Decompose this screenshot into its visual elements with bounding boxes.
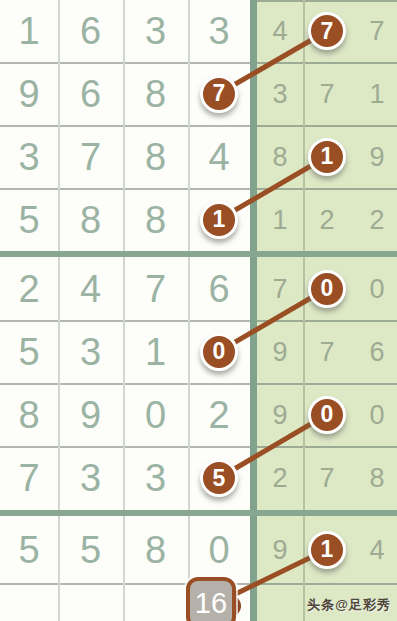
- marker-circle-r4: 1: [200, 201, 238, 239]
- marker-circle-r3: 1: [308, 138, 346, 176]
- watermark-text: 头条@足彩秀: [307, 596, 391, 614]
- connector-lines: [0, 0, 397, 621]
- marker-circle-r6: 0: [200, 333, 238, 371]
- marker-circle-r1: 7: [308, 12, 346, 50]
- lottery-trend-board: 1633479683713784895881222476705319768902…: [0, 0, 397, 621]
- marker-circle-r9: 1: [308, 531, 346, 569]
- count-box: 16: [186, 577, 236, 621]
- marker-circle-r8: 5: [200, 459, 238, 497]
- marker-circle-r5: 0: [308, 270, 346, 308]
- marker-circle-r2: 7: [200, 75, 238, 113]
- marker-circle-r7: 0: [308, 396, 346, 434]
